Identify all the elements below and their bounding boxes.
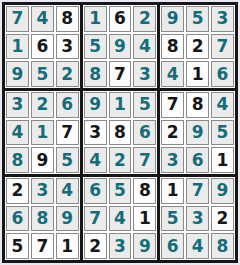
cell-r5c9[interactable]: 5 [211, 120, 234, 146]
cell-r1c5[interactable]: 6 [109, 6, 132, 32]
cell-r8c1[interactable]: 6 [6, 206, 29, 232]
cell-r2c1[interactable]: 1 [6, 34, 29, 60]
sudoku-board: 7481639521625948739538274163264178959153… [2, 2, 238, 263]
cell-r7c5[interactable]: 5 [109, 178, 132, 204]
cell-r2c4[interactable]: 5 [84, 34, 107, 60]
cell-r3c2[interactable]: 5 [31, 61, 54, 87]
cell-r4c5[interactable]: 1 [109, 92, 132, 118]
cell-r4c2[interactable]: 2 [31, 92, 54, 118]
cell-r2c3[interactable]: 3 [56, 34, 79, 60]
cell-r1c7[interactable]: 9 [161, 6, 184, 32]
cell-r5c4[interactable]: 3 [84, 120, 107, 146]
cell-r8c9[interactable]: 2 [211, 206, 234, 232]
cell-r1c3[interactable]: 8 [56, 6, 79, 32]
cell-r3c6[interactable]: 3 [133, 61, 156, 87]
cell-r6c8[interactable]: 6 [186, 147, 209, 173]
cell-r7c6[interactable]: 8 [133, 178, 156, 204]
cell-r9c3[interactable]: 1 [56, 233, 79, 259]
cell-r3c5[interactable]: 7 [109, 61, 132, 87]
box-1: 748163952 [5, 5, 80, 88]
box-4: 326417895 [5, 91, 80, 174]
cell-r2c6[interactable]: 4 [133, 34, 156, 60]
cell-r9c9[interactable]: 8 [211, 233, 234, 259]
cell-r6c7[interactable]: 3 [161, 147, 184, 173]
cell-r7c8[interactable]: 7 [186, 178, 209, 204]
cell-r8c6[interactable]: 1 [133, 206, 156, 232]
cell-r8c5[interactable]: 4 [109, 206, 132, 232]
cell-r5c2[interactable]: 1 [31, 120, 54, 146]
cell-r8c8[interactable]: 3 [186, 206, 209, 232]
cell-r5c8[interactable]: 9 [186, 120, 209, 146]
cell-r3c8[interactable]: 1 [186, 61, 209, 87]
box-6: 784295361 [160, 91, 235, 174]
cell-r8c2[interactable]: 8 [31, 206, 54, 232]
cell-r5c7[interactable]: 2 [161, 120, 184, 146]
cell-r4c4[interactable]: 9 [84, 92, 107, 118]
cell-r2c9[interactable]: 7 [211, 34, 234, 60]
cell-r3c3[interactable]: 2 [56, 61, 79, 87]
cell-r3c4[interactable]: 8 [84, 61, 107, 87]
cell-r9c4[interactable]: 2 [84, 233, 107, 259]
cell-r3c9[interactable]: 6 [211, 61, 234, 87]
cell-r6c1[interactable]: 8 [6, 147, 29, 173]
box-9: 179532648 [160, 177, 235, 260]
box-8: 658741239 [83, 177, 158, 260]
cell-r7c2[interactable]: 3 [31, 178, 54, 204]
cell-r9c1[interactable]: 5 [6, 233, 29, 259]
cell-r6c5[interactable]: 2 [109, 147, 132, 173]
cell-r4c1[interactable]: 3 [6, 92, 29, 118]
cell-r5c5[interactable]: 8 [109, 120, 132, 146]
cell-r5c1[interactable]: 4 [6, 120, 29, 146]
cell-r9c8[interactable]: 4 [186, 233, 209, 259]
cell-r8c3[interactable]: 9 [56, 206, 79, 232]
cell-r1c8[interactable]: 5 [186, 6, 209, 32]
cell-r3c1[interactable]: 9 [6, 61, 29, 87]
cell-r1c1[interactable]: 7 [6, 6, 29, 32]
cell-r8c4[interactable]: 7 [84, 206, 107, 232]
cell-r4c8[interactable]: 8 [186, 92, 209, 118]
cell-r7c9[interactable]: 9 [211, 178, 234, 204]
cell-r6c6[interactable]: 7 [133, 147, 156, 173]
cell-r2c5[interactable]: 9 [109, 34, 132, 60]
cell-r8c7[interactable]: 5 [161, 206, 184, 232]
cell-r9c5[interactable]: 3 [109, 233, 132, 259]
cell-r7c1[interactable]: 2 [6, 178, 29, 204]
cell-r9c7[interactable]: 6 [161, 233, 184, 259]
cell-r9c6[interactable]: 9 [133, 233, 156, 259]
cell-r5c3[interactable]: 7 [56, 120, 79, 146]
cell-r3c7[interactable]: 4 [161, 61, 184, 87]
cell-r5c6[interactable]: 6 [133, 120, 156, 146]
cell-r7c4[interactable]: 6 [84, 178, 107, 204]
box-3: 953827416 [160, 5, 235, 88]
cell-r1c4[interactable]: 1 [84, 6, 107, 32]
cell-r9c2[interactable]: 7 [31, 233, 54, 259]
cell-r6c3[interactable]: 5 [56, 147, 79, 173]
cell-r4c9[interactable]: 4 [211, 92, 234, 118]
sudoku-page: 7481639521625948739538274163264178959153… [0, 0, 240, 265]
cell-r6c9[interactable]: 1 [211, 147, 234, 173]
cell-r1c9[interactable]: 3 [211, 6, 234, 32]
cell-r2c8[interactable]: 2 [186, 34, 209, 60]
cell-r1c6[interactable]: 2 [133, 6, 156, 32]
cell-r4c6[interactable]: 5 [133, 92, 156, 118]
cell-r2c7[interactable]: 8 [161, 34, 184, 60]
cell-r7c3[interactable]: 4 [56, 178, 79, 204]
cell-r7c7[interactable]: 1 [161, 178, 184, 204]
box-7: 234689571 [5, 177, 80, 260]
cell-r6c2[interactable]: 9 [31, 147, 54, 173]
cell-r6c4[interactable]: 4 [84, 147, 107, 173]
cell-r1c2[interactable]: 4 [31, 6, 54, 32]
box-2: 162594873 [83, 5, 158, 88]
box-5: 915386427 [83, 91, 158, 174]
cell-r4c7[interactable]: 7 [161, 92, 184, 118]
cell-r4c3[interactable]: 6 [56, 92, 79, 118]
cell-r2c2[interactable]: 6 [31, 34, 54, 60]
